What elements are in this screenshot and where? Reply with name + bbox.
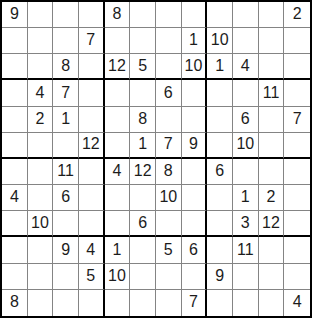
cell-r7c5[interactable]: 4 — [105, 159, 131, 185]
cell-r7c11[interactable] — [259, 159, 285, 185]
cell-r11c9[interactable]: 9 — [207, 264, 233, 290]
cell-r11c5[interactable]: 10 — [105, 264, 131, 290]
cell-r10c7[interactable]: 5 — [156, 237, 182, 263]
cell-r2c8[interactable]: 1 — [182, 28, 208, 54]
cell-r3c1[interactable] — [2, 54, 28, 80]
cell-r8c1[interactable]: 4 — [2, 185, 28, 211]
cell-r6c5[interactable] — [105, 133, 131, 159]
cell-r1c6[interactable] — [130, 2, 156, 28]
cell-r5c11[interactable] — [259, 107, 285, 133]
cell-r6c1[interactable] — [2, 133, 28, 159]
cell-r11c12[interactable] — [284, 264, 310, 290]
cell-r1c8[interactable] — [182, 2, 208, 28]
cell-r11c2[interactable] — [28, 264, 54, 290]
cell-r5c4[interactable] — [79, 107, 105, 133]
cell-r6c2[interactable] — [28, 133, 54, 159]
cell-r2c5[interactable] — [105, 28, 131, 54]
cell-r1c1[interactable]: 9 — [2, 2, 28, 28]
cell-r11c7[interactable] — [156, 264, 182, 290]
cell-r12c4[interactable] — [79, 290, 105, 316]
cell-r5c7[interactable] — [156, 107, 182, 133]
cell-r4c11[interactable]: 11 — [259, 80, 285, 106]
cell-r2c6[interactable] — [130, 28, 156, 54]
cell-r9c6[interactable]: 6 — [130, 211, 156, 237]
cell-r2c3[interactable] — [53, 28, 79, 54]
cell-r12c12[interactable]: 4 — [284, 290, 310, 316]
cell-r5c6[interactable]: 8 — [130, 107, 156, 133]
cell-r7c7[interactable]: 8 — [156, 159, 182, 185]
cell-r5c8[interactable] — [182, 107, 208, 133]
cell-r6c12[interactable] — [284, 133, 310, 159]
cell-r6c6[interactable]: 1 — [130, 133, 156, 159]
cell-r4c2[interactable]: 4 — [28, 80, 54, 106]
cell-r3c11[interactable] — [259, 54, 285, 80]
cell-r11c6[interactable] — [130, 264, 156, 290]
cell-r10c3[interactable]: 9 — [53, 237, 79, 263]
cell-r8c7[interactable]: 10 — [156, 185, 182, 211]
cell-r5c10[interactable]: 6 — [233, 107, 259, 133]
cell-r8c9[interactable] — [207, 185, 233, 211]
cell-r9c10[interactable]: 3 — [233, 211, 259, 237]
cell-r2c4[interactable]: 7 — [79, 28, 105, 54]
cell-r5c1[interactable] — [2, 107, 28, 133]
cell-r10c1[interactable] — [2, 237, 28, 263]
cell-r9c3[interactable] — [53, 211, 79, 237]
cell-r6c3[interactable] — [53, 133, 79, 159]
cell-r6c7[interactable]: 7 — [156, 133, 182, 159]
cell-r8c10[interactable]: 1 — [233, 185, 259, 211]
cell-r5c5[interactable] — [105, 107, 131, 133]
cell-r7c12[interactable] — [284, 159, 310, 185]
cell-r7c1[interactable] — [2, 159, 28, 185]
cell-r6c4[interactable]: 12 — [79, 133, 105, 159]
cell-r8c11[interactable]: 2 — [259, 185, 285, 211]
cell-r5c12[interactable]: 7 — [284, 107, 310, 133]
cell-r10c6[interactable] — [130, 237, 156, 263]
cell-r5c3[interactable]: 1 — [53, 107, 79, 133]
cell-r9c2[interactable]: 10 — [28, 211, 54, 237]
cell-r10c11[interactable] — [259, 237, 285, 263]
cell-r1c2[interactable] — [28, 2, 54, 28]
sudoku-board: 9827110812510144761121867121791011412864… — [0, 0, 312, 318]
cell-r9c5[interactable] — [105, 211, 131, 237]
cell-r3c7[interactable] — [156, 54, 182, 80]
cell-r11c10[interactable] — [233, 264, 259, 290]
cell-r12c8[interactable]: 7 — [182, 290, 208, 316]
cell-r6c8[interactable]: 9 — [182, 133, 208, 159]
cell-r8c6[interactable] — [130, 185, 156, 211]
cell-r3c8[interactable]: 10 — [182, 54, 208, 80]
cell-r8c12[interactable] — [284, 185, 310, 211]
cell-r8c5[interactable] — [105, 185, 131, 211]
cell-r9c8[interactable] — [182, 211, 208, 237]
cell-r10c4[interactable]: 4 — [79, 237, 105, 263]
cell-r3c9[interactable]: 1 — [207, 54, 233, 80]
cell-r12c10[interactable] — [233, 290, 259, 316]
cell-r3c10[interactable]: 4 — [233, 54, 259, 80]
cell-r1c10[interactable] — [233, 2, 259, 28]
cell-r9c1[interactable] — [2, 211, 28, 237]
cell-r9c11[interactable]: 12 — [259, 211, 285, 237]
cell-r7c3[interactable]: 11 — [53, 159, 79, 185]
cell-r8c3[interactable]: 6 — [53, 185, 79, 211]
cell-r12c1[interactable]: 8 — [2, 290, 28, 316]
cell-r3c12[interactable] — [284, 54, 310, 80]
cell-r1c9[interactable] — [207, 2, 233, 28]
cell-r6c9[interactable] — [207, 133, 233, 159]
cell-r2c12[interactable] — [284, 28, 310, 54]
cell-r10c2[interactable] — [28, 237, 54, 263]
cell-r1c7[interactable] — [156, 2, 182, 28]
cell-r6c10[interactable]: 10 — [233, 133, 259, 159]
cell-r11c8[interactable] — [182, 264, 208, 290]
cell-r12c11[interactable] — [259, 290, 285, 316]
cell-r7c2[interactable] — [28, 159, 54, 185]
cell-r4c3[interactable]: 7 — [53, 80, 79, 106]
sudoku-page: 9827110812510144761121867121791011412864… — [0, 0, 312, 320]
cell-r4c7[interactable]: 6 — [156, 80, 182, 106]
cell-r9c4[interactable] — [79, 211, 105, 237]
cell-r1c11[interactable] — [259, 2, 285, 28]
cell-r3c4[interactable] — [79, 54, 105, 80]
cell-r9c7[interactable] — [156, 211, 182, 237]
cell-r11c1[interactable] — [2, 264, 28, 290]
cell-r7c6[interactable]: 12 — [130, 159, 156, 185]
cell-r4c8[interactable] — [182, 80, 208, 106]
cell-r10c10[interactable]: 11 — [233, 237, 259, 263]
cell-r12c3[interactable] — [53, 290, 79, 316]
cell-r12c9[interactable] — [207, 290, 233, 316]
cell-r4c10[interactable] — [233, 80, 259, 106]
cell-r12c6[interactable] — [130, 290, 156, 316]
cell-r7c4[interactable] — [79, 159, 105, 185]
cell-r8c8[interactable] — [182, 185, 208, 211]
cell-r11c4[interactable]: 5 — [79, 264, 105, 290]
cell-r2c1[interactable] — [2, 28, 28, 54]
cell-r3c6[interactable]: 5 — [130, 54, 156, 80]
cell-r4c4[interactable] — [79, 80, 105, 106]
cell-r6c11[interactable] — [259, 133, 285, 159]
cell-r2c7[interactable] — [156, 28, 182, 54]
cell-r1c12[interactable]: 2 — [284, 2, 310, 28]
cell-r12c5[interactable] — [105, 290, 131, 316]
cell-r3c3[interactable]: 8 — [53, 54, 79, 80]
cell-r8c4[interactable] — [79, 185, 105, 211]
cell-r4c6[interactable] — [130, 80, 156, 106]
cell-r7c8[interactable] — [182, 159, 208, 185]
cell-r11c3[interactable] — [53, 264, 79, 290]
cell-r3c2[interactable] — [28, 54, 54, 80]
cell-r4c1[interactable] — [2, 80, 28, 106]
cell-r10c12[interactable] — [284, 237, 310, 263]
cell-r1c3[interactable] — [53, 2, 79, 28]
cell-r5c2[interactable]: 2 — [28, 107, 54, 133]
cell-r1c5[interactable]: 8 — [105, 2, 131, 28]
cell-r2c11[interactable] — [259, 28, 285, 54]
cell-r2c9[interactable]: 10 — [207, 28, 233, 54]
cell-r7c9[interactable]: 6 — [207, 159, 233, 185]
cell-r10c5[interactable]: 1 — [105, 237, 131, 263]
cell-r9c12[interactable] — [284, 211, 310, 237]
cell-r8c2[interactable] — [28, 185, 54, 211]
cell-r11c11[interactable] — [259, 264, 285, 290]
cell-r2c10[interactable] — [233, 28, 259, 54]
cell-r4c5[interactable] — [105, 80, 131, 106]
cell-r7c10[interactable] — [233, 159, 259, 185]
cell-r4c12[interactable] — [284, 80, 310, 106]
cell-r4c9[interactable] — [207, 80, 233, 106]
cell-r12c2[interactable] — [28, 290, 54, 316]
cell-r9c9[interactable] — [207, 211, 233, 237]
cell-r10c9[interactable] — [207, 237, 233, 263]
cell-r5c9[interactable] — [207, 107, 233, 133]
cell-r2c2[interactable] — [28, 28, 54, 54]
cell-r3c5[interactable]: 12 — [105, 54, 131, 80]
cell-r1c4[interactable] — [79, 2, 105, 28]
cell-r10c8[interactable]: 6 — [182, 237, 208, 263]
cell-r12c7[interactable] — [156, 290, 182, 316]
